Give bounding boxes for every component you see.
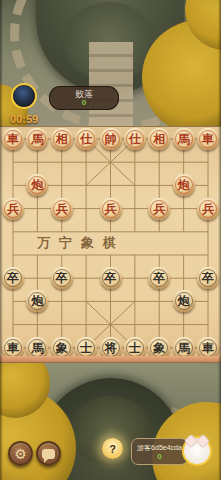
piece-black-卒[interactable]: 卒 bbox=[2, 267, 24, 289]
piece-glyph: 卒 bbox=[7, 272, 19, 284]
piece-red-炮[interactable]: 炮 bbox=[173, 174, 195, 196]
piece-red-帥[interactable]: 帥 bbox=[100, 128, 122, 150]
piece-red-車[interactable]: 車 bbox=[2, 128, 24, 150]
piece-glyph: 仕 bbox=[129, 133, 141, 145]
piece-red-馬[interactable]: 馬 bbox=[173, 128, 195, 150]
piece-glyph: 兵 bbox=[7, 203, 19, 215]
pieces-layer: 車馬相仕帥仕相馬車炮炮兵兵兵兵兵卒卒卒卒卒炮炮車馬象士将士象馬車 bbox=[0, 127, 221, 363]
piece-red-相[interactable]: 相 bbox=[51, 128, 73, 150]
piece-glyph: 炮 bbox=[178, 179, 190, 191]
stone-tile-path bbox=[89, 42, 133, 126]
chat-bubble-icon bbox=[42, 449, 55, 459]
piece-glyph: 炮 bbox=[178, 295, 190, 307]
piece-red-兵[interactable]: 兵 bbox=[2, 198, 24, 220]
piece-glyph: 兵 bbox=[105, 203, 117, 215]
xiangqi-board[interactable]: 万宁象棋 車馬相仕帥仕相馬車炮炮兵兵兵兵兵卒卒卒卒卒炮炮車馬象士将士象馬車 bbox=[0, 126, 221, 363]
piece-glyph: 相 bbox=[153, 133, 165, 145]
piece-red-兵[interactable]: 兵 bbox=[51, 198, 73, 220]
self-player-name: 游客6d5e4cda bbox=[137, 443, 182, 452]
settings-button[interactable]: ⚙ bbox=[8, 441, 33, 466]
piece-glyph: 卒 bbox=[56, 272, 68, 284]
piece-red-仕[interactable]: 仕 bbox=[75, 128, 97, 150]
piece-red-仕[interactable]: 仕 bbox=[124, 128, 146, 150]
piece-glyph: 将 bbox=[105, 342, 117, 354]
piece-glyph: 馬 bbox=[31, 342, 43, 354]
piece-glyph: 炮 bbox=[31, 179, 43, 191]
piece-red-兵[interactable]: 兵 bbox=[148, 198, 170, 220]
piece-glyph: 仕 bbox=[80, 133, 92, 145]
opponent-name-pill: 败落 0 bbox=[49, 86, 119, 110]
piece-red-兵[interactable]: 兵 bbox=[100, 198, 122, 220]
piece-black-卒[interactable]: 卒 bbox=[197, 267, 219, 289]
piece-black-卒[interactable]: 卒 bbox=[51, 267, 73, 289]
piece-black-炮[interactable]: 炮 bbox=[173, 290, 195, 312]
piece-black-炮[interactable]: 炮 bbox=[26, 290, 48, 312]
piece-glyph: 象 bbox=[153, 342, 165, 354]
piece-black-卒[interactable]: 卒 bbox=[100, 267, 122, 289]
self-player-score: 0 bbox=[157, 452, 161, 461]
piece-glyph: 車 bbox=[7, 342, 19, 354]
opponent-score: 0 bbox=[82, 99, 86, 107]
piece-glyph: 兵 bbox=[153, 203, 165, 215]
piece-glyph: 馬 bbox=[31, 133, 43, 145]
question-mark-icon: ? bbox=[109, 443, 116, 455]
piece-black-卒[interactable]: 卒 bbox=[148, 267, 170, 289]
board-bottom-bevel bbox=[0, 356, 221, 363]
piece-red-車[interactable]: 車 bbox=[197, 128, 219, 150]
piece-glyph: 車 bbox=[202, 342, 214, 354]
piece-glyph: 卒 bbox=[153, 272, 165, 284]
piece-glyph: 兵 bbox=[56, 203, 68, 215]
piece-glyph: 馬 bbox=[178, 342, 190, 354]
piece-red-兵[interactable]: 兵 bbox=[197, 198, 219, 220]
gear-icon: ⚙ bbox=[14, 447, 27, 461]
piece-glyph: 卒 bbox=[202, 272, 214, 284]
piece-glyph: 兵 bbox=[202, 203, 214, 215]
piece-glyph: 士 bbox=[129, 342, 141, 354]
chat-button[interactable] bbox=[36, 441, 61, 466]
opponent-avatar[interactable] bbox=[11, 83, 37, 109]
piece-glyph: 炮 bbox=[31, 295, 43, 307]
piece-red-炮[interactable]: 炮 bbox=[26, 174, 48, 196]
self-avatar[interactable] bbox=[182, 436, 212, 466]
piece-red-馬[interactable]: 馬 bbox=[26, 128, 48, 150]
piece-red-相[interactable]: 相 bbox=[148, 128, 170, 150]
piece-glyph: 馬 bbox=[178, 133, 190, 145]
piece-glyph: 卒 bbox=[105, 272, 117, 284]
piece-glyph: 象 bbox=[56, 342, 68, 354]
piece-glyph: 帥 bbox=[105, 133, 117, 145]
self-player-card[interactable]: 游客6d5e4cda 0 bbox=[131, 438, 188, 465]
piece-glyph: 相 bbox=[56, 133, 68, 145]
move-timer: 00:59 bbox=[10, 113, 38, 125]
piece-glyph: 車 bbox=[7, 133, 19, 145]
game-screen: 万宁象棋 車馬相仕帥仕相馬車炮炮兵兵兵兵兵卒卒卒卒卒炮炮車馬象士将士象馬車 败落… bbox=[0, 0, 221, 480]
help-button[interactable]: ? bbox=[102, 438, 123, 459]
piece-glyph: 車 bbox=[202, 133, 214, 145]
piece-glyph: 士 bbox=[80, 342, 92, 354]
